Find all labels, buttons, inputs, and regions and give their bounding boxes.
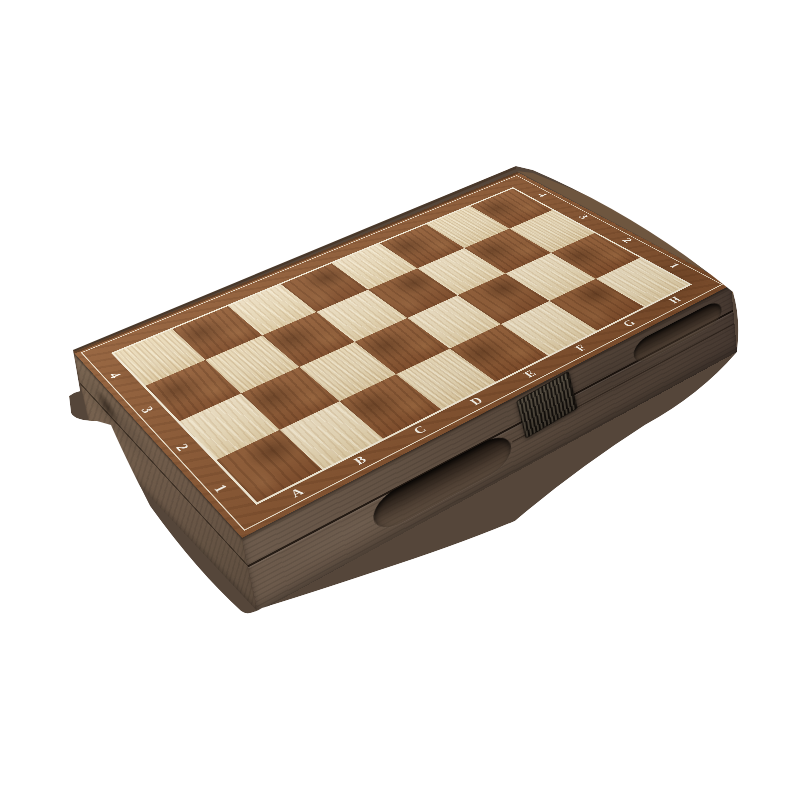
background-mask — [0, 0, 800, 800]
product-photo-scene: 44332211ABCDEFGH — [0, 0, 800, 800]
